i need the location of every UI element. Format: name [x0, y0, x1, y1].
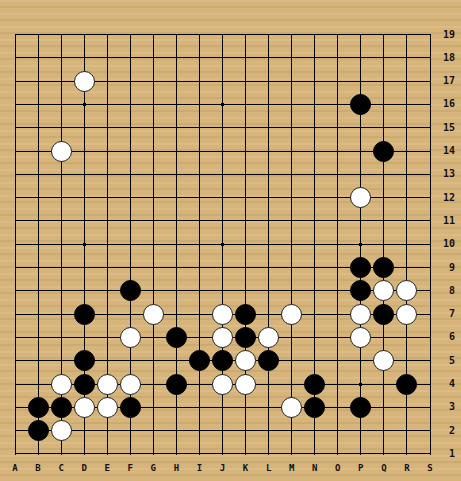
row-label-9: 9	[433, 262, 455, 274]
white-stone-R8[interactable]	[396, 280, 417, 301]
column-label-P: P	[351, 462, 371, 474]
star-point-J10	[221, 243, 224, 246]
black-stone-B2[interactable]	[28, 420, 49, 441]
star-point-D16	[83, 103, 86, 106]
black-stone-L5[interactable]	[258, 350, 279, 371]
black-stone-P16[interactable]	[350, 94, 371, 115]
white-stone-G7[interactable]	[143, 304, 164, 325]
column-label-I: I	[189, 462, 209, 474]
grid-line-vertical	[15, 35, 16, 455]
star-point-J16	[221, 103, 224, 106]
row-label-8: 8	[433, 285, 455, 297]
grid-line-vertical	[38, 35, 39, 455]
row-label-11: 11	[433, 215, 455, 227]
row-label-19: 19	[433, 29, 455, 41]
star-point-P10	[359, 243, 362, 246]
black-stone-N4[interactable]	[304, 374, 325, 395]
white-stone-F6[interactable]	[120, 327, 141, 348]
white-stone-C2[interactable]	[51, 420, 72, 441]
white-stone-J4[interactable]	[212, 374, 233, 395]
go-board[interactable]: ABCDEFGHIJKLMNOPQRS 19181716151413121110…	[0, 0, 461, 481]
white-stone-C4[interactable]	[51, 374, 72, 395]
white-stone-P12[interactable]	[350, 187, 371, 208]
row-label-15: 15	[433, 122, 455, 134]
column-label-E: E	[97, 462, 117, 474]
black-stone-K7[interactable]	[235, 304, 256, 325]
column-label-K: K	[236, 462, 256, 474]
column-label-F: F	[120, 462, 140, 474]
black-stone-Q7[interactable]	[373, 304, 394, 325]
row-label-5: 5	[433, 355, 455, 367]
column-label-R: R	[397, 462, 417, 474]
column-label-H: H	[166, 462, 186, 474]
column-label-D: D	[74, 462, 94, 474]
black-stone-R4[interactable]	[396, 374, 417, 395]
black-stone-B3[interactable]	[28, 397, 49, 418]
column-label-O: O	[328, 462, 348, 474]
white-stone-M7[interactable]	[281, 304, 302, 325]
column-label-Q: Q	[374, 462, 394, 474]
column-label-M: M	[282, 462, 302, 474]
black-stone-P3[interactable]	[350, 397, 371, 418]
white-stone-E4[interactable]	[97, 374, 118, 395]
white-stone-E3[interactable]	[97, 397, 118, 418]
row-label-13: 13	[433, 168, 455, 180]
row-label-16: 16	[433, 98, 455, 110]
row-label-3: 3	[433, 401, 455, 413]
grid-line-vertical	[383, 35, 384, 455]
black-stone-C3[interactable]	[51, 397, 72, 418]
white-stone-R7[interactable]	[396, 304, 417, 325]
column-label-N: N	[305, 462, 325, 474]
black-stone-Q9[interactable]	[373, 257, 394, 278]
white-stone-K4[interactable]	[235, 374, 256, 395]
row-label-12: 12	[433, 192, 455, 204]
star-point-P4	[359, 383, 362, 386]
black-stone-P8[interactable]	[350, 280, 371, 301]
black-stone-D4[interactable]	[74, 374, 95, 395]
column-label-B: B	[28, 462, 48, 474]
row-label-14: 14	[433, 145, 455, 157]
white-stone-Q5[interactable]	[373, 350, 394, 371]
row-label-18: 18	[433, 52, 455, 64]
white-stone-F4[interactable]	[120, 374, 141, 395]
grid-line-vertical	[199, 35, 200, 455]
row-label-10: 10	[433, 238, 455, 250]
row-label-17: 17	[433, 75, 455, 87]
row-label-7: 7	[433, 308, 455, 320]
row-label-2: 2	[433, 425, 455, 437]
row-label-4: 4	[433, 378, 455, 390]
grid-line-horizontal	[15, 430, 431, 431]
white-stone-D17[interactable]	[74, 71, 95, 92]
grid-line-horizontal	[15, 453, 431, 454]
black-stone-K6[interactable]	[235, 327, 256, 348]
black-stone-H6[interactable]	[166, 327, 187, 348]
grid-line-vertical	[337, 35, 338, 455]
row-label-6: 6	[433, 331, 455, 343]
black-stone-N3[interactable]	[304, 397, 325, 418]
column-label-G: G	[143, 462, 163, 474]
column-label-J: J	[213, 462, 233, 474]
black-stone-D5[interactable]	[74, 350, 95, 371]
black-stone-Q14[interactable]	[373, 141, 394, 162]
white-stone-M3[interactable]	[281, 397, 302, 418]
black-stone-D7[interactable]	[74, 304, 95, 325]
column-label-C: C	[51, 462, 71, 474]
white-stone-C14[interactable]	[51, 141, 72, 162]
row-label-1: 1	[433, 448, 455, 460]
white-stone-Q8[interactable]	[373, 280, 394, 301]
black-stone-J5[interactable]	[212, 350, 233, 371]
white-stone-K5[interactable]	[235, 350, 256, 371]
grid-line-vertical	[153, 35, 154, 455]
black-stone-F3[interactable]	[120, 397, 141, 418]
column-label-A: A	[5, 462, 25, 474]
grid-line-vertical	[268, 35, 269, 455]
black-stone-H4[interactable]	[166, 374, 187, 395]
white-stone-J6[interactable]	[212, 327, 233, 348]
white-stone-L6[interactable]	[258, 327, 279, 348]
white-stone-P6[interactable]	[350, 327, 371, 348]
white-stone-J7[interactable]	[212, 304, 233, 325]
white-stone-D3[interactable]	[74, 397, 95, 418]
black-stone-F8[interactable]	[120, 280, 141, 301]
column-label-L: L	[259, 462, 279, 474]
white-stone-P7[interactable]	[350, 304, 371, 325]
black-stone-I5[interactable]	[189, 350, 210, 371]
grid-line-vertical	[430, 35, 431, 455]
star-point-D10	[83, 243, 86, 246]
black-stone-P9[interactable]	[350, 257, 371, 278]
grid-line-vertical	[291, 35, 292, 455]
column-label-S: S	[420, 462, 440, 474]
